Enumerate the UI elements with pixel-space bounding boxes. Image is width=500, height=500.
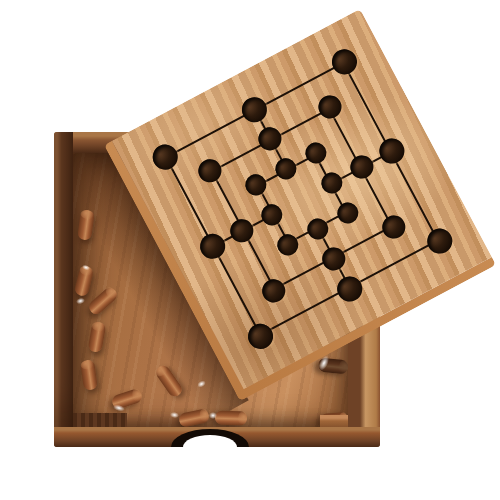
- peg-8[interactable]: [178, 408, 210, 428]
- peg-glint-2: [75, 297, 85, 305]
- peg-9[interactable]: [215, 410, 247, 425]
- peg-3[interactable]: [86, 285, 119, 317]
- peg-1[interactable]: [77, 209, 95, 241]
- scene: [0, 0, 500, 500]
- peg-glint-6: [169, 411, 179, 418]
- box-left-wall: [54, 132, 73, 447]
- peg-glint-5: [209, 412, 217, 419]
- peg-5[interactable]: [80, 359, 98, 391]
- peg-4[interactable]: [88, 321, 107, 353]
